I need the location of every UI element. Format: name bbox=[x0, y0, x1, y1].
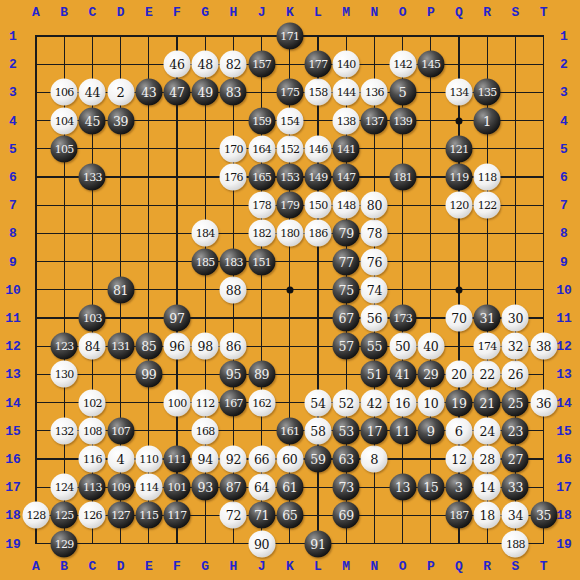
stone-white[interactable]: 148 bbox=[333, 192, 360, 219]
stone-black[interactable]: 137 bbox=[361, 107, 388, 134]
stone-white[interactable]: 46 bbox=[164, 51, 191, 78]
stone-black[interactable]: 127 bbox=[107, 502, 134, 529]
stone-black[interactable]: 145 bbox=[417, 51, 444, 78]
stone-black[interactable]: 161 bbox=[276, 417, 303, 444]
coordinate-label-bottom: K bbox=[286, 559, 294, 574]
coordinate-label-right: 10 bbox=[556, 282, 572, 297]
coordinate-label-top: S bbox=[511, 5, 519, 20]
coordinate-label-right: 7 bbox=[560, 198, 568, 213]
stone-black[interactable]: 39 bbox=[107, 107, 134, 134]
coordinate-label-left: 11 bbox=[5, 311, 21, 326]
coordinate-label-right: 2 bbox=[560, 57, 568, 72]
stone-white[interactable]: 100 bbox=[164, 389, 191, 416]
stone-black[interactable]: 85 bbox=[135, 333, 162, 360]
coordinate-label-right: 4 bbox=[560, 113, 568, 128]
stone-white[interactable]: 150 bbox=[305, 192, 332, 219]
coordinate-label-bottom: F bbox=[173, 559, 181, 574]
stone-white[interactable]: 72 bbox=[220, 502, 247, 529]
coordinate-label-right: 9 bbox=[560, 254, 568, 269]
stone-white[interactable]: 180 bbox=[276, 220, 303, 247]
stone-black[interactable]: 59 bbox=[305, 446, 332, 473]
coordinate-label-top: F bbox=[173, 5, 181, 20]
coordinate-label-left: 15 bbox=[5, 423, 21, 438]
stone-white[interactable]: 120 bbox=[446, 192, 473, 219]
stone-black[interactable]: 43 bbox=[135, 79, 162, 106]
coordinate-label-right: 15 bbox=[556, 423, 572, 438]
coordinate-label-bottom: Q bbox=[455, 559, 463, 574]
stone-white[interactable]: 50 bbox=[389, 333, 416, 360]
stone-black[interactable]: 123 bbox=[51, 333, 78, 360]
coordinate-label-right: 6 bbox=[560, 170, 568, 185]
coordinate-label-top: C bbox=[88, 5, 96, 20]
coordinate-label-top: H bbox=[229, 5, 237, 20]
stone-black[interactable]: 109 bbox=[107, 474, 134, 501]
stone-black[interactable]: 153 bbox=[276, 164, 303, 191]
coordinate-label-bottom: C bbox=[88, 559, 96, 574]
stone-white[interactable]: 88 bbox=[220, 276, 247, 303]
stone-black[interactable]: 61 bbox=[276, 474, 303, 501]
stone-black[interactable]: 175 bbox=[276, 79, 303, 106]
stone-black[interactable]: 27 bbox=[502, 446, 529, 473]
stone-black[interactable]: 15 bbox=[417, 474, 444, 501]
stone-white[interactable]: 132 bbox=[51, 417, 78, 444]
stone-black[interactable]: 33 bbox=[502, 474, 529, 501]
stone-black[interactable]: 79 bbox=[333, 220, 360, 247]
stone-white[interactable]: 128 bbox=[23, 502, 50, 529]
stone-white[interactable]: 4 bbox=[107, 446, 134, 473]
coordinate-label-bottom: D bbox=[117, 559, 125, 574]
stone-black[interactable]: 97 bbox=[164, 305, 191, 332]
coordinate-label-bottom: S bbox=[511, 559, 519, 574]
stone-black[interactable]: 87 bbox=[220, 474, 247, 501]
stone-black[interactable]: 55 bbox=[361, 333, 388, 360]
stone-black[interactable]: 53 bbox=[333, 417, 360, 444]
stone-white[interactable]: 98 bbox=[192, 333, 219, 360]
coordinate-label-right: 18 bbox=[556, 508, 572, 523]
stone-black[interactable]: 147 bbox=[333, 164, 360, 191]
stone-black[interactable]: 91 bbox=[305, 530, 332, 557]
grid-line bbox=[35, 543, 544, 544]
stone-white[interactable]: 36 bbox=[530, 389, 557, 416]
stone-white[interactable]: 30 bbox=[502, 305, 529, 332]
stone-white[interactable]: 124 bbox=[51, 474, 78, 501]
stone-white[interactable]: 126 bbox=[79, 502, 106, 529]
stone-white[interactable]: 134 bbox=[446, 79, 473, 106]
coordinate-label-left: 10 bbox=[5, 282, 21, 297]
coordinate-label-bottom: J bbox=[258, 559, 266, 574]
stone-white[interactable]: 92 bbox=[220, 446, 247, 473]
coordinate-label-left: 16 bbox=[5, 452, 21, 467]
stone-white[interactable]: 164 bbox=[248, 135, 275, 162]
stone-black[interactable]: 171 bbox=[276, 23, 303, 50]
stone-white[interactable]: 64 bbox=[248, 474, 275, 501]
stone-white[interactable]: 10 bbox=[417, 389, 444, 416]
stone-black[interactable]: 125 bbox=[51, 502, 78, 529]
stone-black[interactable]: 167 bbox=[220, 389, 247, 416]
stone-white[interactable]: 82 bbox=[220, 51, 247, 78]
stone-white[interactable]: 90 bbox=[248, 530, 275, 557]
stone-black[interactable]: 69 bbox=[333, 502, 360, 529]
coordinate-label-bottom: G bbox=[201, 559, 209, 574]
stone-white[interactable]: 182 bbox=[248, 220, 275, 247]
stone-white[interactable]: 130 bbox=[51, 361, 78, 388]
coordinate-label-top: G bbox=[201, 5, 209, 20]
coordinate-label-right: 8 bbox=[560, 226, 568, 241]
stone-white[interactable]: 178 bbox=[248, 192, 275, 219]
stone-black[interactable]: 185 bbox=[192, 248, 219, 275]
coordinate-label-left: 6 bbox=[9, 170, 17, 185]
coordinate-label-right: 16 bbox=[556, 452, 572, 467]
coordinate-label-left: 1 bbox=[9, 29, 17, 44]
stone-black[interactable]: 47 bbox=[164, 79, 191, 106]
coordinate-label-top: A bbox=[32, 5, 40, 20]
coordinate-label-bottom: H bbox=[229, 559, 237, 574]
stone-black[interactable]: 81 bbox=[107, 276, 134, 303]
stone-white[interactable]: 168 bbox=[192, 417, 219, 444]
stone-white[interactable]: 6 bbox=[446, 417, 473, 444]
stone-white[interactable]: 40 bbox=[417, 333, 444, 360]
coordinate-label-top: P bbox=[427, 5, 435, 20]
stone-white[interactable]: 38 bbox=[530, 333, 557, 360]
stone-white[interactable]: 44 bbox=[79, 79, 106, 106]
stone-black[interactable]: 93 bbox=[192, 474, 219, 501]
coordinate-label-top: N bbox=[370, 5, 378, 20]
stone-white[interactable]: 54 bbox=[305, 389, 332, 416]
stone-black[interactable]: 89 bbox=[248, 361, 275, 388]
stone-white[interactable]: 174 bbox=[474, 333, 501, 360]
stone-black[interactable]: 19 bbox=[446, 389, 473, 416]
stone-white[interactable]: 146 bbox=[305, 135, 332, 162]
stone-white[interactable]: 108 bbox=[79, 417, 106, 444]
coordinate-label-left: 19 bbox=[5, 536, 21, 551]
stone-black[interactable]: 187 bbox=[446, 502, 473, 529]
stone-black[interactable]: 21 bbox=[474, 389, 501, 416]
stone-black[interactable]: 183 bbox=[220, 248, 247, 275]
stone-white[interactable]: 112 bbox=[192, 389, 219, 416]
stone-black[interactable]: 99 bbox=[135, 361, 162, 388]
coordinate-label-left: 14 bbox=[5, 395, 21, 410]
stone-black[interactable]: 135 bbox=[474, 79, 501, 106]
stone-white[interactable]: 2 bbox=[107, 79, 134, 106]
stone-black[interactable]: 105 bbox=[51, 135, 78, 162]
stone-black[interactable]: 57 bbox=[333, 333, 360, 360]
stone-white[interactable]: 158 bbox=[305, 79, 332, 106]
stone-white[interactable]: 16 bbox=[389, 389, 416, 416]
stone-white[interactable]: 188 bbox=[502, 530, 529, 557]
stone-white[interactable]: 138 bbox=[333, 107, 360, 134]
coordinate-label-left: 18 bbox=[5, 508, 21, 523]
stone-black[interactable]: 29 bbox=[417, 361, 444, 388]
stone-black[interactable]: 177 bbox=[305, 51, 332, 78]
coordinate-label-left: 2 bbox=[9, 57, 17, 72]
stone-black[interactable]: 77 bbox=[333, 248, 360, 275]
stone-white[interactable]: 12 bbox=[446, 446, 473, 473]
stone-white[interactable]: 20 bbox=[446, 361, 473, 388]
coordinate-label-top: B bbox=[60, 5, 68, 20]
coordinate-label-right: 11 bbox=[556, 311, 572, 326]
stone-black[interactable]: 49 bbox=[192, 79, 219, 106]
stone-black[interactable]: 181 bbox=[389, 164, 416, 191]
coordinate-label-bottom: B bbox=[60, 559, 68, 574]
stone-black[interactable]: 179 bbox=[276, 192, 303, 219]
coordinate-label-bottom: L bbox=[314, 559, 322, 574]
stone-black[interactable]: 107 bbox=[107, 417, 134, 444]
stone-white[interactable]: 104 bbox=[51, 107, 78, 134]
stone-black[interactable]: 165 bbox=[248, 164, 275, 191]
stone-white[interactable]: 116 bbox=[79, 446, 106, 473]
stone-black[interactable]: 5 bbox=[389, 79, 416, 106]
coordinate-label-left: 3 bbox=[9, 85, 17, 100]
coordinate-label-left: 5 bbox=[9, 141, 17, 156]
stone-white[interactable]: 60 bbox=[276, 446, 303, 473]
stone-black[interactable]: 51 bbox=[361, 361, 388, 388]
stone-white[interactable]: 86 bbox=[220, 333, 247, 360]
stone-white[interactable]: 84 bbox=[79, 333, 106, 360]
stone-black[interactable]: 13 bbox=[389, 474, 416, 501]
stone-black[interactable]: 141 bbox=[333, 135, 360, 162]
coordinate-label-bottom: E bbox=[145, 559, 153, 574]
stone-black[interactable]: 63 bbox=[333, 446, 360, 473]
stone-white[interactable]: 32 bbox=[502, 333, 529, 360]
stone-white[interactable]: 70 bbox=[446, 305, 473, 332]
stone-white[interactable]: 52 bbox=[333, 389, 360, 416]
stone-black[interactable]: 173 bbox=[389, 305, 416, 332]
coordinate-label-right: 5 bbox=[560, 141, 568, 156]
coordinate-label-top: M bbox=[342, 5, 350, 20]
coordinate-label-top: L bbox=[314, 5, 322, 20]
stone-white[interactable]: 78 bbox=[361, 220, 388, 247]
coordinate-label-top: R bbox=[483, 5, 491, 20]
stone-white[interactable]: 142 bbox=[389, 51, 416, 78]
stone-black[interactable]: 117 bbox=[164, 502, 191, 529]
coordinate-label-top: O bbox=[399, 5, 407, 20]
stone-black[interactable]: 111 bbox=[164, 446, 191, 473]
coordinate-label-top: Q bbox=[455, 5, 463, 20]
stone-white[interactable]: 8 bbox=[361, 446, 388, 473]
star-point bbox=[286, 286, 293, 293]
stone-black[interactable]: 119 bbox=[446, 164, 473, 191]
stone-white[interactable]: 102 bbox=[79, 389, 106, 416]
grid-line bbox=[543, 35, 544, 544]
stone-white[interactable]: 186 bbox=[305, 220, 332, 247]
coordinate-label-left: 9 bbox=[9, 254, 17, 269]
stone-white[interactable]: 170 bbox=[220, 135, 247, 162]
stone-white[interactable]: 154 bbox=[276, 107, 303, 134]
stone-white[interactable]: 136 bbox=[361, 79, 388, 106]
coordinate-label-bottom: O bbox=[399, 559, 407, 574]
stone-black[interactable]: 157 bbox=[248, 51, 275, 78]
stone-black[interactable]: 25 bbox=[502, 389, 529, 416]
stone-white[interactable]: 22 bbox=[474, 361, 501, 388]
stone-white[interactable]: 176 bbox=[220, 164, 247, 191]
stone-white[interactable]: 140 bbox=[333, 51, 360, 78]
stone-white[interactable]: 118 bbox=[474, 164, 501, 191]
stone-white[interactable]: 184 bbox=[192, 220, 219, 247]
go-board-diagram[interactable]: AABBCCDDEEFFGGHHJJKKLLMMNNOOPPQQRRSSTT11… bbox=[0, 0, 580, 580]
stone-black[interactable]: 31 bbox=[474, 305, 501, 332]
stone-white[interactable]: 106 bbox=[51, 79, 78, 106]
stone-white[interactable]: 34 bbox=[502, 502, 529, 529]
coordinate-label-right: 14 bbox=[556, 395, 572, 410]
stone-black[interactable]: 23 bbox=[502, 417, 529, 444]
stone-black[interactable]: 75 bbox=[333, 276, 360, 303]
stone-white[interactable]: 48 bbox=[192, 51, 219, 78]
stone-black[interactable]: 71 bbox=[248, 502, 275, 529]
stone-white[interactable]: 24 bbox=[474, 417, 501, 444]
coordinate-label-left: 17 bbox=[5, 480, 21, 495]
stone-black[interactable]: 159 bbox=[248, 107, 275, 134]
stone-black[interactable]: 45 bbox=[79, 107, 106, 134]
coordinate-label-top: D bbox=[117, 5, 125, 20]
stone-white[interactable]: 122 bbox=[474, 192, 501, 219]
stone-white[interactable]: 66 bbox=[248, 446, 275, 473]
stone-white[interactable]: 110 bbox=[135, 446, 162, 473]
stone-black[interactable]: 95 bbox=[220, 361, 247, 388]
stone-black[interactable]: 67 bbox=[333, 305, 360, 332]
stone-black[interactable]: 113 bbox=[79, 474, 106, 501]
stone-black[interactable]: 133 bbox=[79, 164, 106, 191]
stone-white[interactable]: 74 bbox=[361, 276, 388, 303]
stone-white[interactable]: 152 bbox=[276, 135, 303, 162]
star-point bbox=[456, 286, 463, 293]
coordinate-label-left: 8 bbox=[9, 226, 17, 241]
stone-black[interactable]: 11 bbox=[389, 417, 416, 444]
stone-black[interactable]: 115 bbox=[135, 502, 162, 529]
coordinate-label-right: 13 bbox=[556, 367, 572, 382]
coordinate-label-right: 1 bbox=[560, 29, 568, 44]
coordinate-label-bottom: M bbox=[342, 559, 350, 574]
coordinate-label-top: E bbox=[145, 5, 153, 20]
coordinate-label-bottom: N bbox=[370, 559, 378, 574]
stone-black[interactable]: 103 bbox=[79, 305, 106, 332]
coordinate-label-right: 17 bbox=[556, 480, 572, 495]
coordinate-label-right: 19 bbox=[556, 536, 572, 551]
stone-white[interactable]: 162 bbox=[248, 389, 275, 416]
stone-white[interactable]: 76 bbox=[361, 248, 388, 275]
coordinate-label-left: 7 bbox=[9, 198, 17, 213]
coordinate-label-right: 12 bbox=[556, 339, 572, 354]
stone-black[interactable]: 129 bbox=[51, 530, 78, 557]
stone-white[interactable]: 114 bbox=[135, 474, 162, 501]
stone-black[interactable]: 9 bbox=[417, 417, 444, 444]
stone-black[interactable]: 35 bbox=[530, 502, 557, 529]
stone-black[interactable]: 3 bbox=[446, 474, 473, 501]
stone-white[interactable]: 96 bbox=[164, 333, 191, 360]
stone-white[interactable]: 26 bbox=[502, 361, 529, 388]
stone-black[interactable]: 121 bbox=[446, 135, 473, 162]
stone-black[interactable]: 73 bbox=[333, 474, 360, 501]
stone-white[interactable]: 58 bbox=[305, 417, 332, 444]
grid-line bbox=[430, 35, 431, 544]
stone-white[interactable]: 42 bbox=[361, 389, 388, 416]
coordinate-label-bottom: T bbox=[540, 559, 548, 574]
stone-black[interactable]: 131 bbox=[107, 333, 134, 360]
coordinate-label-bottom: R bbox=[483, 559, 491, 574]
stone-black[interactable]: 151 bbox=[248, 248, 275, 275]
coordinate-label-right: 3 bbox=[560, 85, 568, 100]
stone-white[interactable]: 28 bbox=[474, 446, 501, 473]
coordinate-label-top: J bbox=[258, 5, 266, 20]
coordinate-label-top: T bbox=[540, 5, 548, 20]
star-point bbox=[456, 117, 463, 124]
stone-white[interactable]: 18 bbox=[474, 502, 501, 529]
stone-black[interactable]: 139 bbox=[389, 107, 416, 134]
stone-black[interactable]: 101 bbox=[164, 474, 191, 501]
stone-white[interactable]: 56 bbox=[361, 305, 388, 332]
stone-white[interactable]: 14 bbox=[474, 474, 501, 501]
stone-black[interactable]: 17 bbox=[361, 417, 388, 444]
stone-black[interactable]: 65 bbox=[276, 502, 303, 529]
stone-black[interactable]: 41 bbox=[389, 361, 416, 388]
stone-white[interactable]: 94 bbox=[192, 446, 219, 473]
coordinate-label-left: 13 bbox=[5, 367, 21, 382]
coordinate-label-left: 12 bbox=[5, 339, 21, 354]
stone-black[interactable]: 1 bbox=[474, 107, 501, 134]
stone-white[interactable]: 80 bbox=[361, 192, 388, 219]
stone-black[interactable]: 149 bbox=[305, 164, 332, 191]
coordinate-label-bottom: P bbox=[427, 559, 435, 574]
coordinate-label-left: 4 bbox=[9, 113, 17, 128]
coordinate-label-bottom: A bbox=[32, 559, 40, 574]
stone-black[interactable]: 83 bbox=[220, 79, 247, 106]
stone-white[interactable]: 144 bbox=[333, 79, 360, 106]
coordinate-label-top: K bbox=[286, 5, 294, 20]
